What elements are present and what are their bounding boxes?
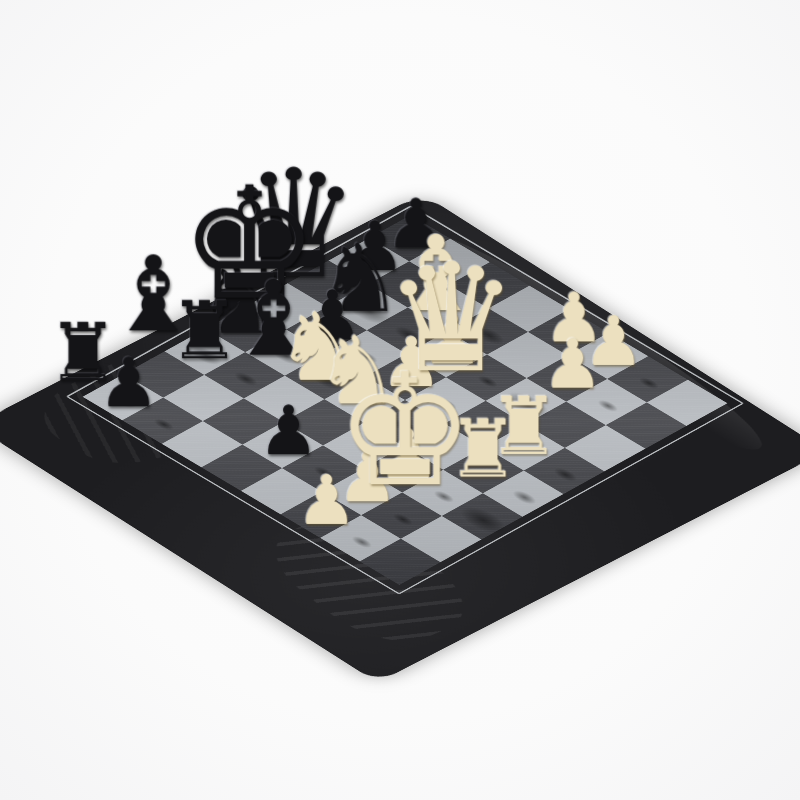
white-king-icon: ♚ (336, 353, 475, 508)
black-pawn-icon: ♟ (98, 349, 159, 417)
black-pawn-icon: ♟ (258, 397, 319, 465)
photo-stage: ♜♝♟♜♞♚♛♟♟♝♟♞♞♝♟♞♟♟♛♟♟♟♟♟♟♚♜♜ (0, 0, 800, 800)
